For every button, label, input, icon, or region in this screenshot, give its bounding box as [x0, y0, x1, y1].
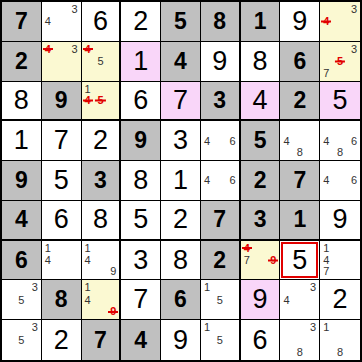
candidate-3: 3: [71, 4, 77, 15]
candidate-4: 4: [204, 135, 210, 146]
cell-r6c9[interactable]: 9: [320, 201, 360, 241]
cell-r7c3[interactable]: 149: [82, 241, 122, 281]
cell-r1c1[interactable]: 7: [2, 2, 42, 42]
candidate-3: 3: [351, 44, 357, 55]
cell-r1c9[interactable]: 34: [320, 2, 360, 42]
given-digit: 9: [15, 169, 28, 192]
cell-r3c8[interactable]: 2: [280, 82, 320, 122]
candidate-1: 1: [85, 243, 91, 254]
cell-r6c1[interactable]: 4: [2, 201, 42, 241]
given-digit: 6: [293, 50, 306, 73]
candidate-4: 4: [283, 294, 289, 305]
cell-r7c4[interactable]: 3: [121, 241, 161, 281]
given-digit: 7: [213, 208, 226, 231]
cell-r3c7[interactable]: 4: [241, 82, 281, 122]
candidate-4: 4: [323, 175, 329, 186]
cell-r1c2[interactable]: 34: [42, 2, 82, 42]
eliminated-candidate-4: 4: [85, 95, 91, 106]
cell-r2c5[interactable]: 4: [161, 42, 201, 82]
cell-r7c2[interactable]: 14: [42, 241, 82, 281]
solved-digit: 6: [93, 8, 108, 35]
cell-r9c9[interactable]: 18: [320, 320, 360, 360]
given-digit: 7: [94, 329, 107, 352]
given-digit: 1: [293, 208, 306, 231]
cell-r1c5[interactable]: 5: [161, 2, 201, 42]
cell-r7c1[interactable]: 6: [2, 241, 42, 281]
candidate-4: 4: [45, 255, 51, 266]
solved-digit: 8: [93, 206, 108, 233]
eliminated-candidate-4: 4: [244, 243, 250, 254]
solved-digit: 9: [173, 327, 188, 354]
solved-digit: 3: [133, 247, 148, 274]
cell-r8c4[interactable]: 7: [121, 280, 161, 320]
candidate-5: 5: [18, 294, 24, 305]
solved-digit: 4: [253, 87, 268, 114]
candidate-7: 7: [323, 266, 329, 277]
candidate-4: 4: [204, 175, 210, 186]
candidate-3: 3: [32, 322, 38, 333]
given-digit: 4: [174, 50, 187, 73]
candidate-8: 8: [297, 347, 303, 358]
given-digit: 2: [254, 169, 267, 192]
cell-r4c6[interactable]: 46: [201, 121, 241, 161]
candidate-1: 1: [323, 322, 329, 333]
solved-digit: 5: [292, 247, 307, 274]
solved-digit: 7: [173, 87, 188, 114]
cell-r9c5[interactable]: 9: [161, 320, 201, 360]
solved-digit: 2: [173, 206, 188, 233]
solved-digit: 5: [133, 206, 148, 233]
cell-r9c2[interactable]: 2: [42, 320, 82, 360]
solved-digit: 2: [54, 327, 69, 354]
cell-r6c8[interactable]: 1: [280, 201, 320, 241]
given-digit: 3: [213, 89, 226, 112]
given-digit: 9: [55, 89, 68, 112]
given-digit: 8: [55, 288, 68, 311]
cell-r4c9[interactable]: 468: [320, 121, 360, 161]
given-digit: 3: [94, 169, 107, 192]
given-digit: 5: [254, 129, 267, 152]
cell-r9c4[interactable]: 4: [121, 320, 161, 360]
cell-r6c5[interactable]: 2: [161, 201, 201, 241]
cell-r1c8[interactable]: 9: [280, 2, 320, 42]
cell-r7c6[interactable]: 2: [201, 241, 241, 281]
given-digit: 3: [254, 208, 267, 231]
cell-r3c3[interactable]: 145: [82, 82, 122, 122]
cell-r3c4[interactable]: 6: [121, 82, 161, 122]
candidate-4: 4: [85, 255, 91, 266]
given-digit: 4: [134, 329, 147, 352]
cell-r1c4[interactable]: 2: [121, 2, 161, 42]
candidate-4: 4: [45, 16, 51, 27]
cell-r1c7[interactable]: 1: [241, 2, 281, 42]
candidate-1: 1: [204, 282, 210, 293]
cell-r5c7[interactable]: 2: [241, 161, 281, 201]
solved-digit: 7: [54, 127, 69, 154]
candidate-6: 6: [351, 135, 357, 146]
given-digit: 8: [213, 10, 226, 33]
eliminated-candidate-4: 4: [45, 44, 51, 55]
cell-r4c5[interactable]: 3: [161, 121, 201, 161]
solved-digit: 9: [292, 8, 307, 35]
solved-digit: 9: [253, 286, 268, 313]
eliminated-candidate-4: 4: [323, 16, 329, 27]
solved-digit: 7: [133, 286, 148, 313]
cell-r2c1[interactable]: 2: [2, 42, 42, 82]
cell-r3c6[interactable]: 3: [201, 82, 241, 122]
candidate-1: 1: [323, 243, 329, 254]
candidate-5: 5: [217, 294, 223, 305]
cell-r7c8[interactable]: 5: [280, 241, 320, 281]
cell-r5c8[interactable]: 7: [280, 161, 320, 201]
cell-r4c4[interactable]: 9: [121, 121, 161, 161]
given-digit: 6: [174, 288, 187, 311]
cell-r8c7[interactable]: 9: [241, 280, 281, 320]
cell-r5c3[interactable]: 3: [82, 161, 122, 201]
cell-r8c1[interactable]: 35: [2, 280, 42, 320]
cell-r9c7[interactable]: 6: [241, 320, 281, 360]
given-digit: 7: [293, 169, 306, 192]
solved-digit: 8: [133, 167, 148, 194]
candidate-7: 7: [323, 68, 329, 79]
cell-r4c8[interactable]: 48: [280, 121, 320, 161]
eliminated-candidate-9: 9: [270, 255, 276, 266]
cell-r3c2[interactable]: 9: [42, 82, 82, 122]
given-digit: 5: [174, 10, 187, 33]
cell-r2c7[interactable]: 8: [241, 42, 281, 82]
cell-r5c6[interactable]: 46: [201, 161, 241, 201]
given-digit: 6: [15, 249, 28, 272]
candidate-1: 1: [204, 322, 210, 333]
candidate-1: 1: [45, 243, 51, 254]
cell-r9c6[interactable]: 15: [201, 320, 241, 360]
candidate-3: 3: [351, 4, 357, 15]
cell-r2c2[interactable]: 43: [42, 42, 82, 82]
cell-r3c9[interactable]: 5: [320, 82, 360, 122]
cell-r7c9[interactable]: 147: [320, 241, 360, 281]
candidate-6: 6: [230, 175, 236, 186]
candidate-6: 6: [351, 175, 357, 186]
solved-digit: 8: [253, 48, 268, 75]
cell-r5c2[interactable]: 5: [42, 161, 82, 201]
cell-r6c2[interactable]: 6: [42, 201, 82, 241]
cell-r8c8[interactable]: 34: [280, 280, 320, 320]
solved-digit: 9: [333, 206, 348, 233]
cell-r6c3[interactable]: 8: [82, 201, 122, 241]
given-digit: 1: [254, 10, 267, 33]
candidate-4: 4: [323, 135, 329, 146]
given-digit: 2: [213, 249, 226, 272]
cell-r5c9[interactable]: 46: [320, 161, 360, 201]
candidate-4: 4: [85, 294, 91, 305]
cell-r8c2[interactable]: 8: [42, 280, 82, 320]
eliminated-candidate-9: 9: [110, 306, 116, 317]
cell-r9c3[interactable]: 7: [82, 320, 122, 360]
candidate-4: 4: [323, 255, 329, 266]
candidate-6: 6: [230, 135, 236, 146]
cell-r8c9[interactable]: 2: [320, 280, 360, 320]
solved-digit: 2: [333, 286, 348, 313]
solved-digit: 9: [212, 48, 227, 75]
solved-digit: 6: [133, 87, 148, 114]
cell-r7c7[interactable]: 479: [241, 241, 281, 281]
eliminated-candidate-5: 5: [337, 56, 343, 67]
given-digit: 9: [134, 129, 147, 152]
solved-digit: 1: [14, 127, 29, 154]
candidate-7: 7: [244, 255, 250, 266]
solved-digit: 5: [333, 87, 348, 114]
solved-digit: 8: [173, 247, 188, 274]
solved-digit: 3: [173, 127, 188, 154]
eliminated-candidate-4: 4: [85, 44, 91, 55]
cell-r4c7[interactable]: 5: [241, 121, 281, 161]
cell-r7c5[interactable]: 8: [161, 241, 201, 281]
candidate-5: 5: [217, 335, 223, 346]
solved-digit: 5: [54, 167, 69, 194]
cell-r4c2[interactable]: 7: [42, 121, 82, 161]
given-digit: 2: [15, 50, 28, 73]
sudoku-board: 7346258193424345149863578914567342517293…: [0, 0, 362, 362]
solved-digit: 6: [253, 327, 268, 354]
cell-r5c1[interactable]: 9: [2, 161, 42, 201]
cell-r4c3[interactable]: 2: [82, 121, 122, 161]
cell-r3c1[interactable]: 8: [2, 82, 42, 122]
solved-digit: 1: [173, 167, 188, 194]
cell-r8c6[interactable]: 15: [201, 280, 241, 320]
cell-r4c1[interactable]: 1: [2, 121, 42, 161]
given-digit: 4: [15, 208, 28, 231]
cell-r9c1[interactable]: 35: [2, 320, 42, 360]
cell-r9c8[interactable]: 38: [280, 320, 320, 360]
candidate-1: 1: [85, 282, 91, 293]
cell-r1c6[interactable]: 8: [201, 2, 241, 42]
candidate-5: 5: [18, 335, 24, 346]
candidate-3: 3: [310, 322, 316, 333]
cell-r5c4[interactable]: 8: [121, 161, 161, 201]
cell-r5c5[interactable]: 1: [161, 161, 201, 201]
cell-r8c5[interactable]: 6: [161, 280, 201, 320]
candidate-4: 4: [283, 135, 289, 146]
candidate-8: 8: [337, 147, 343, 158]
solved-digit: 2: [93, 127, 108, 154]
cell-r2c9[interactable]: 357: [320, 42, 360, 82]
candidate-9: 9: [110, 266, 116, 277]
cell-r2c6[interactable]: 9: [201, 42, 241, 82]
cell-r6c4[interactable]: 5: [121, 201, 161, 241]
cell-r2c8[interactable]: 6: [280, 42, 320, 82]
candidate-8: 8: [337, 347, 343, 358]
given-digit: 2: [293, 89, 306, 112]
cell-r6c7[interactable]: 3: [241, 201, 281, 241]
solved-digit: 6: [54, 206, 69, 233]
candidate-8: 8: [297, 147, 303, 158]
given-digit: 7: [15, 10, 28, 33]
candidate-3: 3: [32, 282, 38, 293]
cell-r2c3[interactable]: 45: [82, 42, 122, 82]
cell-r2c4[interactable]: 1: [121, 42, 161, 82]
candidate-3: 3: [310, 282, 316, 293]
candidate-3: 3: [71, 44, 77, 55]
eliminated-candidate-5: 5: [97, 95, 103, 106]
cell-r6c6[interactable]: 7: [201, 201, 241, 241]
solved-digit: 1: [133, 48, 148, 75]
solved-digit: 8: [14, 87, 29, 114]
cell-r8c3[interactable]: 149: [82, 280, 122, 320]
solved-digit: 2: [133, 8, 148, 35]
candidate-1: 1: [85, 84, 91, 95]
candidate-5: 5: [97, 56, 103, 67]
cell-r3c5[interactable]: 7: [161, 82, 201, 122]
cell-r1c3[interactable]: 6: [82, 2, 122, 42]
